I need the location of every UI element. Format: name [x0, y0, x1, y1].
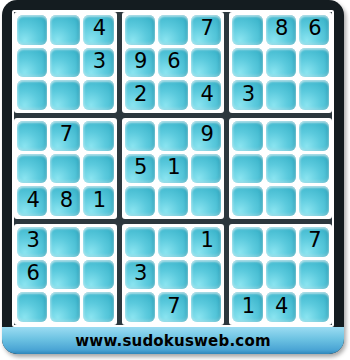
sudoku-widget: 4379624863748195136137714 www.sudokusweb… — [0, 0, 350, 360]
cell-r5c5[interactable]: 1 — [158, 154, 188, 184]
cell-r7c1[interactable]: 3 — [17, 227, 47, 257]
box-r1c3: 863 — [229, 12, 332, 113]
footer-bar: www.sudokusweb.com — [2, 327, 344, 354]
cell-r4c7[interactable] — [232, 121, 262, 151]
cell-value: 9 — [134, 51, 147, 72]
cell-value: 1 — [201, 230, 214, 251]
cell-value: 6 — [26, 263, 39, 284]
cell-r5c1[interactable] — [17, 154, 47, 184]
cell-value: 7 — [60, 124, 73, 145]
cell-r8c3[interactable] — [83, 260, 113, 290]
cell-r7c9[interactable]: 7 — [299, 227, 329, 257]
cell-value: 7 — [167, 296, 180, 317]
cell-value: 3 — [26, 230, 39, 251]
board-frame: 4379624863748195136137714 www.sudokusweb… — [2, 0, 344, 354]
cell-r4c1[interactable] — [17, 121, 47, 151]
cell-r7c3[interactable] — [83, 227, 113, 257]
cell-r8c9[interactable] — [299, 260, 329, 290]
cell-r2c6[interactable] — [191, 48, 221, 78]
cell-r3c1[interactable] — [17, 80, 47, 110]
cell-value: 1 — [242, 296, 255, 317]
cell-r2c2[interactable] — [50, 48, 80, 78]
cell-r8c8[interactable] — [266, 260, 296, 290]
cell-r8c7[interactable] — [232, 260, 262, 290]
cell-r1c6[interactable]: 7 — [191, 15, 221, 45]
cell-r3c8[interactable] — [266, 80, 296, 110]
cell-r5c3[interactable] — [83, 154, 113, 184]
cell-r6c4[interactable] — [125, 186, 155, 216]
cell-r6c9[interactable] — [299, 186, 329, 216]
cell-r9c5[interactable]: 7 — [158, 292, 188, 322]
cell-value: 7 — [201, 18, 214, 39]
cell-r6c6[interactable] — [191, 186, 221, 216]
cell-r8c1[interactable]: 6 — [17, 260, 47, 290]
cell-value: 3 — [242, 84, 255, 105]
cell-r7c8[interactable] — [266, 227, 296, 257]
cell-value: 1 — [167, 157, 180, 178]
cell-r8c4[interactable]: 3 — [125, 260, 155, 290]
cell-value: 4 — [26, 190, 39, 211]
cell-r4c6[interactable]: 9 — [191, 121, 221, 151]
cell-r5c4[interactable]: 5 — [125, 154, 155, 184]
cell-value: 3 — [134, 263, 147, 284]
cell-r5c8[interactable] — [266, 154, 296, 184]
cell-r3c2[interactable] — [50, 80, 80, 110]
cell-r7c4[interactable] — [125, 227, 155, 257]
cell-r8c5[interactable] — [158, 260, 188, 290]
cell-r3c5[interactable] — [158, 80, 188, 110]
cell-r2c7[interactable] — [232, 48, 262, 78]
cell-value: 8 — [275, 18, 288, 39]
cell-r9c9[interactable] — [299, 292, 329, 322]
cell-r1c2[interactable] — [50, 15, 80, 45]
cell-r6c5[interactable] — [158, 186, 188, 216]
cell-r4c3[interactable] — [83, 121, 113, 151]
box-r2c3 — [229, 118, 332, 219]
cell-r3c7[interactable]: 3 — [232, 80, 262, 110]
cell-r1c9[interactable]: 6 — [299, 15, 329, 45]
cell-r5c7[interactable] — [232, 154, 262, 184]
cell-r2c3[interactable]: 3 — [83, 48, 113, 78]
box-r3c1: 36 — [14, 224, 117, 325]
board-panel: 4379624863748195136137714 — [12, 10, 334, 327]
box-r2c1: 7481 — [14, 118, 117, 219]
cell-r1c1[interactable] — [17, 15, 47, 45]
cell-r6c8[interactable] — [266, 186, 296, 216]
cell-r6c1[interactable]: 4 — [17, 186, 47, 216]
cell-r4c9[interactable] — [299, 121, 329, 151]
box-r3c3: 714 — [229, 224, 332, 325]
box-r1c1: 43 — [14, 12, 117, 113]
cell-r1c4[interactable] — [125, 15, 155, 45]
cell-r5c2[interactable] — [50, 154, 80, 184]
cell-value: 6 — [167, 51, 180, 72]
cell-r1c3[interactable]: 4 — [83, 15, 113, 45]
cell-value: 4 — [93, 18, 106, 39]
cell-r9c7[interactable]: 1 — [232, 292, 262, 322]
cell-r4c5[interactable] — [158, 121, 188, 151]
box-r2c2: 951 — [122, 118, 225, 219]
site-url: www.sudokusweb.com — [75, 332, 270, 350]
cell-r1c7[interactable] — [232, 15, 262, 45]
cell-r7c2[interactable] — [50, 227, 80, 257]
cell-value: 2 — [134, 84, 147, 105]
cell-r9c1[interactable] — [17, 292, 47, 322]
cell-value: 8 — [60, 190, 73, 211]
cell-r6c3[interactable]: 1 — [83, 186, 113, 216]
cell-value: 3 — [93, 51, 106, 72]
cell-r7c7[interactable] — [232, 227, 262, 257]
cell-value: 9 — [201, 124, 214, 145]
cell-r3c3[interactable] — [83, 80, 113, 110]
cell-r6c7[interactable] — [232, 186, 262, 216]
cell-r2c8[interactable] — [266, 48, 296, 78]
cell-r7c5[interactable] — [158, 227, 188, 257]
sudoku-board: 4379624863748195136137714 — [14, 12, 332, 325]
cell-r2c9[interactable] — [299, 48, 329, 78]
cell-value: 5 — [134, 157, 147, 178]
cell-r3c6[interactable]: 4 — [191, 80, 221, 110]
cell-r2c5[interactable]: 6 — [158, 48, 188, 78]
cell-r3c9[interactable] — [299, 80, 329, 110]
cell-r4c2[interactable]: 7 — [50, 121, 80, 151]
cell-r8c2[interactable] — [50, 260, 80, 290]
cell-r9c8[interactable]: 4 — [266, 292, 296, 322]
cell-r2c4[interactable]: 9 — [125, 48, 155, 78]
cell-value: 6 — [308, 18, 321, 39]
box-r1c2: 79624 — [122, 12, 225, 113]
cell-value: 4 — [275, 296, 288, 317]
cell-value: 1 — [93, 190, 106, 211]
box-r3c2: 137 — [122, 224, 225, 325]
cell-r2c1[interactable] — [17, 48, 47, 78]
cell-r1c8[interactable]: 8 — [266, 15, 296, 45]
cell-r4c4[interactable] — [125, 121, 155, 151]
cell-r3c4[interactable]: 2 — [125, 80, 155, 110]
cell-r6c2[interactable]: 8 — [50, 186, 80, 216]
cell-r7c6[interactable]: 1 — [191, 227, 221, 257]
cell-value: 7 — [308, 230, 321, 251]
cell-r5c9[interactable] — [299, 154, 329, 184]
cell-r9c6[interactable] — [191, 292, 221, 322]
cell-r9c4[interactable] — [125, 292, 155, 322]
cell-r9c3[interactable] — [83, 292, 113, 322]
cell-r8c6[interactable] — [191, 260, 221, 290]
cell-r4c8[interactable] — [266, 121, 296, 151]
cell-r1c5[interactable] — [158, 15, 188, 45]
cell-r5c6[interactable] — [191, 154, 221, 184]
cell-r9c2[interactable] — [50, 292, 80, 322]
cell-value: 4 — [201, 84, 214, 105]
